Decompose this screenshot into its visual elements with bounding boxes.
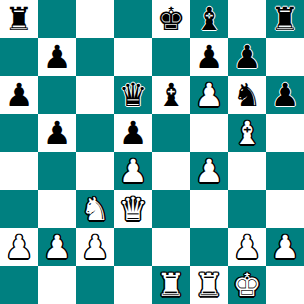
square-e2[interactable] xyxy=(152,228,190,266)
black-pawn-b7[interactable]: ♟ xyxy=(43,38,72,76)
black-pawn-a6[interactable]: ♟ xyxy=(5,76,34,114)
square-g3[interactable] xyxy=(228,190,266,228)
square-h4[interactable] xyxy=(266,152,304,190)
square-g4[interactable] xyxy=(228,152,266,190)
square-g2[interactable]: ♟ xyxy=(228,228,266,266)
black-king-e8[interactable]: ♚ xyxy=(157,0,186,38)
square-a3[interactable] xyxy=(0,190,38,228)
square-d1[interactable] xyxy=(114,266,152,304)
white-queen-d3[interactable]: ♛ xyxy=(119,190,148,228)
square-d4[interactable]: ♟ xyxy=(114,152,152,190)
square-f8[interactable]: ♝ xyxy=(190,0,228,38)
square-a2[interactable]: ♟ xyxy=(0,228,38,266)
square-h2[interactable]: ♟ xyxy=(266,228,304,266)
square-g7[interactable]: ♟ xyxy=(228,38,266,76)
square-e6[interactable]: ♝ xyxy=(152,76,190,114)
chess-board-wrapper: ♜♚♝♜♟♟♟♟♛♝♟♞♟♟♟♝♟♟♞♛♟♟♟♟♟♜♜♚ xyxy=(0,0,304,304)
square-d3[interactable]: ♛ xyxy=(114,190,152,228)
square-e5[interactable] xyxy=(152,114,190,152)
white-pawn-b2[interactable]: ♟ xyxy=(43,228,72,266)
square-c3[interactable]: ♞ xyxy=(76,190,114,228)
white-pawn-f4[interactable]: ♟ xyxy=(195,152,224,190)
square-b4[interactable] xyxy=(38,152,76,190)
square-h7[interactable] xyxy=(266,38,304,76)
black-queen-d6[interactable]: ♛ xyxy=(119,76,148,114)
square-b3[interactable] xyxy=(38,190,76,228)
square-d6[interactable]: ♛ xyxy=(114,76,152,114)
white-pawn-c2[interactable]: ♟ xyxy=(81,228,110,266)
square-a5[interactable] xyxy=(0,114,38,152)
black-pawn-h6[interactable]: ♟ xyxy=(271,76,300,114)
square-b6[interactable] xyxy=(38,76,76,114)
square-a7[interactable] xyxy=(0,38,38,76)
square-c1[interactable] xyxy=(76,266,114,304)
square-a8[interactable]: ♜ xyxy=(0,0,38,38)
square-b7[interactable]: ♟ xyxy=(38,38,76,76)
square-d8[interactable] xyxy=(114,0,152,38)
square-h3[interactable] xyxy=(266,190,304,228)
white-pawn-f6[interactable]: ♟ xyxy=(195,76,224,114)
white-knight-c3[interactable]: ♞ xyxy=(81,190,110,228)
square-g1[interactable]: ♚ xyxy=(228,266,266,304)
square-c2[interactable]: ♟ xyxy=(76,228,114,266)
square-f2[interactable] xyxy=(190,228,228,266)
square-f4[interactable]: ♟ xyxy=(190,152,228,190)
square-d5[interactable]: ♟ xyxy=(114,114,152,152)
square-h1[interactable] xyxy=(266,266,304,304)
square-e7[interactable] xyxy=(152,38,190,76)
black-bishop-f8[interactable]: ♝ xyxy=(195,0,224,38)
square-h6[interactable]: ♟ xyxy=(266,76,304,114)
white-pawn-d4[interactable]: ♟ xyxy=(119,152,148,190)
black-pawn-d5[interactable]: ♟ xyxy=(119,114,148,152)
square-c5[interactable] xyxy=(76,114,114,152)
white-king-g1[interactable]: ♚ xyxy=(233,266,262,304)
black-pawn-g7[interactable]: ♟ xyxy=(233,38,262,76)
square-f6[interactable]: ♟ xyxy=(190,76,228,114)
square-e1[interactable]: ♜ xyxy=(152,266,190,304)
square-f1[interactable]: ♜ xyxy=(190,266,228,304)
square-a1[interactable] xyxy=(0,266,38,304)
white-rook-e1[interactable]: ♜ xyxy=(157,266,186,304)
white-pawn-g2[interactable]: ♟ xyxy=(233,228,262,266)
square-f7[interactable]: ♟ xyxy=(190,38,228,76)
black-rook-h8[interactable]: ♜ xyxy=(271,0,300,38)
square-c8[interactable] xyxy=(76,0,114,38)
square-h8[interactable]: ♜ xyxy=(266,0,304,38)
square-b5[interactable]: ♟ xyxy=(38,114,76,152)
white-bishop-g5[interactable]: ♝ xyxy=(233,114,262,152)
square-e8[interactable]: ♚ xyxy=(152,0,190,38)
square-f5[interactable] xyxy=(190,114,228,152)
square-g6[interactable]: ♞ xyxy=(228,76,266,114)
square-e4[interactable] xyxy=(152,152,190,190)
square-b1[interactable] xyxy=(38,266,76,304)
white-pawn-h2[interactable]: ♟ xyxy=(271,228,300,266)
white-rook-f1[interactable]: ♜ xyxy=(195,266,224,304)
square-f3[interactable] xyxy=(190,190,228,228)
square-d2[interactable] xyxy=(114,228,152,266)
black-pawn-b5[interactable]: ♟ xyxy=(43,114,72,152)
black-knight-g6[interactable]: ♞ xyxy=(233,76,262,114)
square-g5[interactable]: ♝ xyxy=(228,114,266,152)
white-pawn-a2[interactable]: ♟ xyxy=(5,228,34,266)
square-e3[interactable] xyxy=(152,190,190,228)
black-pawn-f7[interactable]: ♟ xyxy=(195,38,224,76)
square-a6[interactable]: ♟ xyxy=(0,76,38,114)
square-b2[interactable]: ♟ xyxy=(38,228,76,266)
square-c4[interactable] xyxy=(76,152,114,190)
black-bishop-e6[interactable]: ♝ xyxy=(157,76,186,114)
square-c6[interactable] xyxy=(76,76,114,114)
black-rook-a8[interactable]: ♜ xyxy=(5,0,34,38)
square-b8[interactable] xyxy=(38,0,76,38)
square-c7[interactable] xyxy=(76,38,114,76)
chess-board: ♜♚♝♜♟♟♟♟♛♝♟♞♟♟♟♝♟♟♞♛♟♟♟♟♟♜♜♚ xyxy=(0,0,304,304)
square-g8[interactable] xyxy=(228,0,266,38)
square-d7[interactable] xyxy=(114,38,152,76)
square-a4[interactable] xyxy=(0,152,38,190)
square-h5[interactable] xyxy=(266,114,304,152)
